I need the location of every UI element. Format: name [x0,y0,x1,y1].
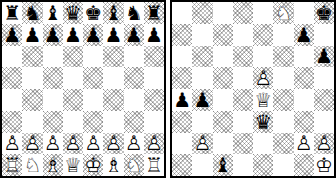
black-piece-glyph: ♟ [124,24,144,46]
square-g2[interactable]: ♟♙ [124,133,144,155]
white-piece-outline-glyph: ♙ [314,133,334,155]
black-piece-glyph: ♟ [314,46,334,68]
square-h4[interactable] [314,89,334,111]
left-board[interactable]: ♜♞♝♛♚♝♞♜♟♟♟♟♟♟♟♟♟♙♟♙♟♙♟♙♟♙♟♙♟♙♟♙♜♖♞♘♝♗♛♕… [0,0,166,178]
square-b2[interactable]: ♟♙ [192,133,212,155]
black-rook[interactable]: ♜ [2,2,22,24]
square-g6[interactable] [124,46,144,68]
square-g1[interactable]: ♞♘ [124,154,144,176]
square-e4[interactable] [83,89,103,111]
black-piece-glyph: ♞ [124,2,144,24]
square-a4[interactable] [2,89,22,111]
white-piece-outline-glyph: ♙ [253,67,273,89]
square-e6[interactable] [83,46,103,68]
square-d6[interactable] [63,46,83,68]
square-f1[interactable] [273,154,293,176]
white-piece-outline-glyph: ♖ [144,154,164,176]
square-d3[interactable] [233,111,253,133]
black-piece-glyph: ♝ [103,2,123,24]
black-piece-glyph: ♜ [2,2,22,24]
square-g3[interactable] [294,111,314,133]
square-h6[interactable] [144,46,164,68]
black-piece-glyph: ♜ [144,2,164,24]
square-e2[interactable] [253,133,273,155]
white-pawn[interactable]: ♟♙ [103,133,123,155]
square-g4[interactable] [124,89,144,111]
square-d7[interactable] [233,24,253,46]
black-piece-glyph: ♟ [294,24,314,46]
white-pawn[interactable]: ♟♙ [192,133,212,155]
white-pawn[interactable]: ♟♙ [314,133,334,155]
black-pawn[interactable]: ♟ [43,24,63,46]
white-piece-outline-glyph: ♗ [43,154,63,176]
square-c8[interactable] [213,2,233,24]
black-knight[interactable]: ♞ [22,2,42,24]
square-h8[interactable]: ♜ [144,2,164,24]
square-e5[interactable] [83,67,103,89]
square-b6[interactable] [22,46,42,68]
black-pawn[interactable]: ♟ [144,24,164,46]
square-h1[interactable]: ♚♔ [314,154,334,176]
square-f5[interactable] [273,67,293,89]
square-h5[interactable] [144,67,164,89]
square-f7[interactable]: ♟ [103,24,123,46]
black-piece-glyph: ♛ [63,2,83,24]
square-d6[interactable] [233,46,253,68]
square-b2[interactable]: ♟♙ [22,133,42,155]
black-pawn[interactable]: ♟ [2,24,22,46]
white-queen[interactable]: ♛♕ [63,154,83,176]
square-c6[interactable] [213,46,233,68]
square-b4[interactable] [22,89,42,111]
white-bishop[interactable]: ♝♗ [43,154,63,176]
white-bishop[interactable]: ♝♗ [103,154,123,176]
black-pawn[interactable]: ♟ [314,46,334,68]
square-d4[interactable] [63,89,83,111]
white-piece-outline-glyph: ♙ [83,133,103,155]
white-piece-outline-glyph: ♙ [2,133,22,155]
black-piece-glyph: ♟ [43,24,63,46]
square-f4[interactable] [103,89,123,111]
white-pawn[interactable]: ♟♙ [22,133,42,155]
square-a3[interactable] [172,111,192,133]
white-piece-outline-glyph: ♘ [22,154,42,176]
black-piece-glyph: ♟ [83,24,103,46]
black-bishop[interactable]: ♝ [213,154,233,176]
black-bishop[interactable]: ♝ [43,2,63,24]
white-knight[interactable]: ♞♘ [273,2,293,24]
square-e2[interactable]: ♟♙ [83,133,103,155]
square-g8[interactable]: ♞ [124,2,144,24]
square-g6[interactable] [294,46,314,68]
square-h7[interactable] [314,24,334,46]
square-a5[interactable] [172,67,192,89]
black-piece-glyph: ♟ [172,89,192,111]
white-king[interactable]: ♚♔ [314,154,334,176]
white-knight[interactable]: ♞♘ [22,154,42,176]
square-a1[interactable]: ♜♖ [2,154,22,176]
square-h1[interactable]: ♜♖ [144,154,164,176]
square-b1[interactable]: ♞♘ [22,154,42,176]
black-knight[interactable]: ♞ [124,2,144,24]
square-e6[interactable] [253,46,273,68]
white-pawn[interactable]: ♟♙ [294,133,314,155]
square-e8[interactable]: ♚ [83,2,103,24]
square-a8[interactable] [172,2,192,24]
square-b5[interactable] [22,67,42,89]
square-e7[interactable] [253,24,273,46]
square-e4[interactable]: ♛♕ [253,89,273,111]
black-piece-glyph: ♚ [83,2,103,24]
square-c4[interactable] [213,89,233,111]
white-pawn[interactable]: ♟♙ [43,133,63,155]
square-g7[interactable]: ♟ [294,24,314,46]
white-pawn[interactable]: ♟♙ [144,133,164,155]
white-piece-outline-glyph: ♔ [314,154,334,176]
square-e1[interactable]: ♚♔ [83,154,103,176]
square-f4[interactable] [273,89,293,111]
black-piece-glyph: ♟ [2,24,22,46]
square-b7[interactable]: ♟ [22,24,42,46]
white-pawn[interactable]: ♟♙ [253,67,273,89]
square-a1[interactable] [172,154,192,176]
square-h2[interactable]: ♟♙ [144,133,164,155]
black-pawn[interactable]: ♟ [103,24,123,46]
white-piece-outline-glyph: ♘ [124,154,144,176]
square-h3[interactable] [144,111,164,133]
square-d7[interactable]: ♟ [63,24,83,46]
square-b3[interactable] [192,111,212,133]
white-piece-outline-glyph: ♙ [192,133,212,155]
black-pawn[interactable]: ♟ [83,24,103,46]
square-c5[interactable] [43,67,63,89]
black-bishop[interactable]: ♝ [103,2,123,24]
square-b7[interactable] [192,24,212,46]
white-rook[interactable]: ♜♖ [2,154,22,176]
black-piece-glyph: ♟ [63,24,83,46]
white-pawn[interactable]: ♟♙ [83,133,103,155]
square-f3[interactable] [273,111,293,133]
white-pawn[interactable]: ♟♙ [63,133,83,155]
square-c2[interactable]: ♟♙ [43,133,63,155]
square-f8[interactable]: ♞♘ [273,2,293,24]
white-pawn[interactable]: ♟♙ [2,133,22,155]
square-h3[interactable] [314,111,334,133]
square-h2[interactable]: ♟♙ [314,133,334,155]
white-piece-outline-glyph: ♙ [22,133,42,155]
white-king[interactable]: ♚♔ [83,154,103,176]
white-piece-outline-glyph: ♗ [103,154,123,176]
black-piece-glyph: ♟ [192,89,212,111]
white-piece-outline-glyph: ♙ [294,133,314,155]
square-b8[interactable]: ♞ [22,2,42,24]
square-f2[interactable]: ♟♙ [103,133,123,155]
black-rook[interactable]: ♜ [144,2,164,24]
square-h8[interactable]: ♚ [314,2,334,24]
black-queen[interactable]: ♛ [63,2,83,24]
square-c1[interactable]: ♝♗ [43,154,63,176]
square-a6[interactable] [2,46,22,68]
black-pawn[interactable]: ♟ [63,24,83,46]
black-pawn[interactable]: ♟ [172,89,192,111]
white-piece-outline-glyph: ♘ [273,2,293,24]
square-f5[interactable] [103,67,123,89]
square-g1[interactable] [294,154,314,176]
square-e3[interactable]: ♛ [253,111,273,133]
square-b3[interactable] [22,111,42,133]
square-g8[interactable] [294,2,314,24]
black-piece-glyph: ♚ [314,2,334,24]
white-piece-outline-glyph: ♕ [253,89,273,111]
square-g7[interactable]: ♟ [124,24,144,46]
white-piece-outline-glyph: ♙ [63,133,83,155]
square-g5[interactable] [294,67,314,89]
square-f7[interactable] [273,24,293,46]
black-pawn[interactable]: ♟ [294,24,314,46]
square-d8[interactable] [233,2,253,24]
square-b5[interactable] [192,67,212,89]
square-g5[interactable] [124,67,144,89]
square-e8[interactable] [253,2,273,24]
black-piece-glyph: ♝ [213,154,233,176]
white-piece-outline-glyph: ♕ [63,154,83,176]
white-queen[interactable]: ♛♕ [253,89,273,111]
square-c2[interactable] [213,133,233,155]
square-e3[interactable] [83,111,103,133]
square-d4[interactable] [233,89,253,111]
square-c3[interactable] [43,111,63,133]
right-board[interactable]: ♞♘♚♟♟♟♙♟♟♛♕♛♟♙♟♙♟♙♝♚♔ [170,0,336,178]
black-pawn[interactable]: ♟ [22,24,42,46]
white-rook[interactable]: ♜♖ [144,154,164,176]
square-e1[interactable] [253,154,273,176]
square-b8[interactable] [192,2,212,24]
square-f3[interactable] [103,111,123,133]
square-a3[interactable] [2,111,22,133]
white-knight[interactable]: ♞♘ [124,154,144,176]
square-d1[interactable]: ♛♕ [63,154,83,176]
square-d5[interactable] [63,67,83,89]
white-piece-outline-glyph: ♙ [124,133,144,155]
square-c1[interactable]: ♝ [213,154,233,176]
square-h5[interactable] [314,67,334,89]
square-c5[interactable] [213,67,233,89]
square-b4[interactable]: ♟ [192,89,212,111]
square-a2[interactable]: ♟♙ [2,133,22,155]
square-c4[interactable] [43,89,63,111]
square-h4[interactable] [144,89,164,111]
black-king[interactable]: ♚ [83,2,103,24]
square-g3[interactable] [124,111,144,133]
black-king[interactable]: ♚ [314,2,334,24]
black-piece-glyph: ♞ [22,2,42,24]
square-a7[interactable] [172,24,192,46]
square-a8[interactable]: ♜ [2,2,22,24]
square-c7[interactable]: ♟ [43,24,63,46]
square-a2[interactable] [172,133,192,155]
square-d3[interactable] [63,111,83,133]
black-pawn[interactable]: ♟ [124,24,144,46]
square-a5[interactable] [2,67,22,89]
white-piece-outline-glyph: ♙ [43,133,63,155]
black-piece-glyph: ♝ [43,2,63,24]
square-d5[interactable] [233,67,253,89]
square-b1[interactable] [192,154,212,176]
square-d8[interactable]: ♛ [63,2,83,24]
square-d1[interactable] [233,154,253,176]
square-f1[interactable]: ♝♗ [103,154,123,176]
square-b6[interactable] [192,46,212,68]
square-e7[interactable]: ♟ [83,24,103,46]
black-queen[interactable]: ♛ [253,111,273,133]
square-c3[interactable] [213,111,233,133]
black-pawn[interactable]: ♟ [192,89,212,111]
square-h6[interactable]: ♟ [314,46,334,68]
square-d2[interactable]: ♟♙ [63,133,83,155]
square-c7[interactable] [213,24,233,46]
square-f6[interactable] [103,46,123,68]
black-piece-glyph: ♛ [253,111,273,133]
square-c8[interactable]: ♝ [43,2,63,24]
white-piece-outline-glyph: ♖ [2,154,22,176]
square-f6[interactable] [273,46,293,68]
black-piece-glyph: ♟ [22,24,42,46]
square-g2[interactable]: ♟♙ [294,133,314,155]
black-piece-glyph: ♟ [144,24,164,46]
square-a7[interactable]: ♟ [2,24,22,46]
square-c6[interactable] [43,46,63,68]
square-e5[interactable]: ♟♙ [253,67,273,89]
white-piece-outline-glyph: ♙ [103,133,123,155]
white-pawn[interactable]: ♟♙ [124,133,144,155]
white-piece-outline-glyph: ♔ [83,154,103,176]
square-h7[interactable]: ♟ [144,24,164,46]
black-piece-glyph: ♟ [103,24,123,46]
square-d2[interactable] [233,133,253,155]
square-f2[interactable] [273,133,293,155]
square-f8[interactable]: ♝ [103,2,123,24]
square-a4[interactable]: ♟ [172,89,192,111]
square-g4[interactable] [294,89,314,111]
square-a6[interactable] [172,46,192,68]
white-piece-outline-glyph: ♙ [144,133,164,155]
